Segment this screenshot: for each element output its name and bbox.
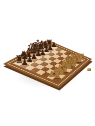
- pieces-layer: ♜♟♞♟♝♟♚♟♛♟♝♟♜♟♟♞♞♟♟♜♝♟♟♚♟♛♟♝♟♞♟♜: [0, 0, 95, 126]
- piece-white-rook: ♜: [52, 70, 61, 80]
- piece-black-pawn: ♟: [21, 58, 28, 66]
- chess-set-photo: ♜♟♞♟♝♟♚♟♛♟♝♟♜♟♟♞♞♟♟♜♝♟♟♚♟♛♟♝♟♞♟♜: [0, 0, 95, 126]
